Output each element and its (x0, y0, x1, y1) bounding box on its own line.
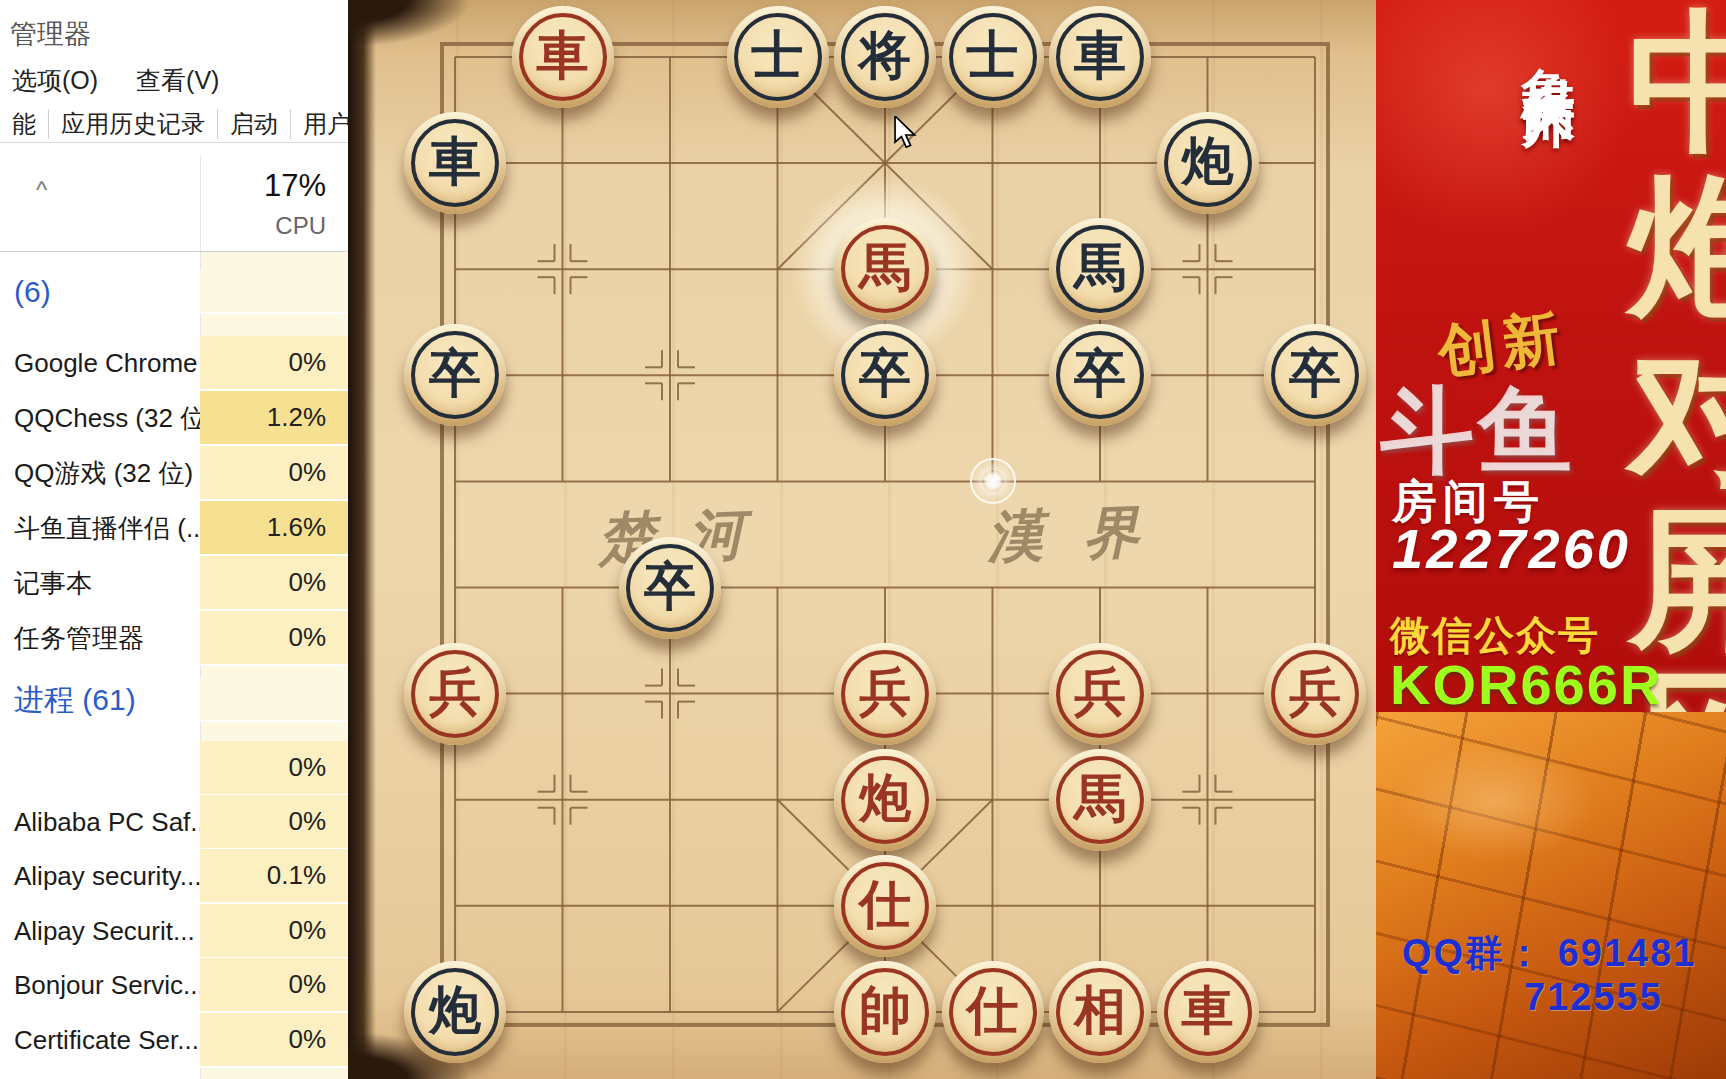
piece-character: 車 (1182, 985, 1234, 1037)
tab-应用历史记录[interactable]: 应用历史记录 (49, 109, 218, 139)
piece-black-pao[interactable]: 炮 (404, 961, 506, 1063)
piece-black-ma[interactable]: 馬 (1049, 218, 1151, 320)
piece-character: 卒 (644, 561, 696, 613)
process-row[interactable]: Certificate Ser...0% (0, 1013, 348, 1068)
piece-character: 相 (1074, 985, 1126, 1037)
header-divider (0, 251, 348, 252)
qq-group-line1: QQ群： 691481 (1402, 928, 1696, 979)
window-title: 管理器 (10, 16, 91, 52)
process-row[interactable]: Bonjour Servic...0% (0, 958, 348, 1013)
piece-black-pao[interactable]: 炮 (1157, 112, 1259, 214)
tab-启动[interactable]: 启动 (218, 109, 291, 139)
process-name: 记事本 (0, 566, 200, 601)
piece-character: 士 (967, 30, 1019, 82)
piece-character: 馬 (859, 242, 911, 294)
process-name: 进程 (61) (0, 680, 200, 721)
process-row[interactable]: 记事本0% (0, 556, 348, 611)
process-name: Alipay security... (0, 861, 200, 892)
process-row[interactable]: Alipay Securit...0% (0, 904, 348, 959)
piece-character: 炮 (859, 773, 911, 825)
piece-black-che[interactable]: 車 (1049, 6, 1151, 108)
menu-item[interactable]: 查看(V) (136, 64, 219, 97)
process-name: QQ游戏 (32 位) (0, 456, 200, 491)
piece-red-bing[interactable]: 兵 (1264, 643, 1366, 745)
piece-black-zu[interactable]: 卒 (834, 324, 936, 426)
piece-ring: 卒 (1056, 331, 1144, 419)
piece-black-jiang[interactable]: 将 (834, 6, 936, 108)
process-row[interactable]: 任务管理器0% (0, 611, 348, 666)
piece-ring: 将 (841, 13, 929, 101)
piece-ring: 車 (519, 13, 607, 101)
piece-character: 兵 (429, 667, 481, 719)
piece-black-zu[interactable]: 卒 (404, 324, 506, 426)
process-group-row[interactable]: (6) (0, 270, 348, 314)
piece-character: 卒 (429, 348, 481, 400)
piece-ring: 炮 (411, 968, 499, 1056)
tab-bar: 能应用历史记录启动用户详 (0, 106, 348, 143)
process-name: Google Chrome (0, 348, 200, 379)
wechat-id: KOR666R (1390, 652, 1662, 717)
process-row[interactable]: 斗鱼直播伴侣 (...1.6% (0, 501, 348, 556)
process-name: 任务管理器 (0, 621, 200, 656)
process-cpu-value (200, 270, 348, 314)
process-row[interactable]: Google Chrome0% (0, 336, 348, 391)
process-cpu-value: 0% (200, 795, 348, 850)
piece-character: 卒 (1289, 348, 1341, 400)
river-label-right: 漢界 (986, 494, 1181, 577)
piece-red-bing[interactable]: 兵 (1049, 643, 1151, 745)
tab-用户[interactable]: 用户 (291, 109, 348, 139)
process-cpu-value: 0% (200, 741, 348, 796)
piece-ring: 卒 (411, 331, 499, 419)
process-name: (6) (0, 275, 200, 309)
piece-ring: 兵 (1271, 650, 1359, 738)
process-row[interactable]: QQChess (32 位)1.2% (0, 391, 348, 446)
piece-red-bing[interactable]: 兵 (834, 643, 936, 745)
piece-ring: 兵 (841, 650, 929, 738)
piece-character: 炮 (1182, 136, 1234, 188)
piece-ring: 仕 (841, 862, 929, 950)
task-manager-window: 管理器 选项(O)查看(V) 能应用历史记录启动用户详 ^ 17% CPU (6… (0, 0, 348, 1079)
process-name: Alipay Securit... (0, 916, 200, 947)
piece-black-zu[interactable]: 卒 (1264, 324, 1366, 426)
piece-black-shi[interactable]: 士 (942, 6, 1044, 108)
collapse-caret[interactable]: ^ (36, 176, 47, 204)
process-cpu-value: 0.1% (200, 849, 348, 904)
screen: 楚河 漢界 車士将士車車炮馬馬卒卒卒卒卒兵兵兵兵炮馬仕炮帥仕相車 管理器 选项(… (0, 0, 1726, 1079)
banner-big-char: 对 (1628, 340, 1726, 492)
piece-ring: 馬 (1056, 225, 1144, 313)
board-photo (1376, 712, 1726, 1079)
piece-character: 卒 (859, 348, 911, 400)
piece-red-che[interactable]: 車 (512, 6, 614, 108)
menu-item[interactable]: 选项(O) (12, 64, 98, 97)
piece-character: 炮 (429, 985, 481, 1037)
process-row[interactable]: 0% (0, 741, 348, 796)
piece-character: 兵 (1289, 667, 1341, 719)
process-cpu-value: 0% (200, 336, 348, 391)
qq-group-line2: 712555 (1524, 976, 1663, 1019)
piece-red-ma[interactable]: 馬 (1049, 749, 1151, 851)
process-name: Certificate Ser... (0, 1025, 200, 1056)
board-frame-left (348, 0, 376, 1079)
process-row[interactable]: Alibaba PC Saf...0% (0, 795, 348, 850)
piece-ring: 士 (734, 13, 822, 101)
process-name: Bonjour Servic... (0, 970, 200, 1001)
process-row[interactable]: Alipay security...0.1% (0, 849, 348, 904)
piece-red-pao[interactable]: 炮 (834, 749, 936, 851)
piece-red-ma[interactable]: 馬 (834, 218, 936, 320)
piece-ring: 帥 (841, 968, 929, 1056)
piece-ring: 兵 (411, 650, 499, 738)
piece-red-che[interactable]: 車 (1157, 961, 1259, 1063)
tab-能[interactable]: 能 (0, 109, 49, 139)
piece-character: 仕 (859, 879, 911, 931)
piece-red-shi[interactable]: 仕 (834, 855, 936, 957)
process-name: Alibaba PC Saf... (0, 807, 200, 838)
piece-ring: 炮 (841, 756, 929, 844)
process-cpu-value: 0% (200, 611, 348, 666)
piece-red-xiang[interactable]: 相 (1049, 961, 1151, 1063)
banner-big-char: 中 (1628, 8, 1726, 160)
room-number-value: 1227260 (1392, 516, 1631, 581)
piece-red-shuai[interactable]: 帥 (834, 961, 936, 1063)
board-frame-corner-top (348, 0, 468, 46)
process-cpu-value (200, 678, 348, 722)
piece-ring: 仕 (949, 968, 1037, 1056)
piece-ring: 卒 (626, 544, 714, 632)
piece-character: 士 (752, 30, 804, 82)
piece-black-zu[interactable]: 卒 (1049, 324, 1151, 426)
process-group-row[interactable]: 进程 (61) (0, 678, 348, 722)
piece-red-shi[interactable]: 仕 (942, 961, 1044, 1063)
process-name: QQChess (32 位) (0, 401, 200, 436)
piece-ring: 士 (949, 13, 1037, 101)
banner-vertical-title: 象棋大师 (1512, 24, 1585, 64)
process-cpu-value: 1.6% (200, 501, 348, 556)
piece-character: 帥 (859, 985, 911, 1037)
piece-black-zu[interactable]: 卒 (619, 537, 721, 639)
piece-character: 車 (1074, 30, 1126, 82)
piece-character: 兵 (1074, 667, 1126, 719)
piece-character: 兵 (859, 667, 911, 719)
process-row[interactable]: QQ游戏 (32 位)0% (0, 446, 348, 501)
piece-ring: 車 (1164, 968, 1252, 1056)
piece-character: 仕 (967, 985, 1019, 1037)
stream-ad-banner: 象棋大师 中炮对屏风马 创新 斗鱼 房间号 1227260 微信公众号 KOR6… (1376, 0, 1726, 1079)
piece-ring: 車 (1056, 13, 1144, 101)
piece-ring: 兵 (1056, 650, 1144, 738)
piece-character: 卒 (1074, 348, 1126, 400)
piece-ring: 車 (411, 119, 499, 207)
process-name: 斗鱼直播伴侣 (... (0, 511, 200, 546)
piece-character: 馬 (1074, 242, 1126, 294)
process-cpu-value: 0% (200, 958, 348, 1013)
process-cpu-value: 0% (200, 446, 348, 501)
piece-character: 車 (537, 30, 589, 82)
process-cpu-value: 1.2% (200, 391, 348, 446)
sparkle-effect (970, 458, 1016, 504)
piece-ring: 卒 (1271, 331, 1359, 419)
cpu-column-header[interactable]: CPU (275, 212, 326, 240)
piece-character: 将 (859, 30, 911, 82)
banner-big-char: 屏 (1628, 505, 1726, 657)
piece-black-che[interactable]: 車 (404, 112, 506, 214)
piece-ring: 馬 (1056, 756, 1144, 844)
piece-character: 車 (429, 136, 481, 188)
mouse-cursor (893, 116, 919, 148)
process-cpu-value: 0% (200, 1013, 348, 1068)
piece-ring: 卒 (841, 331, 929, 419)
piece-ring: 馬 (841, 225, 929, 313)
process-cpu-value: 0% (200, 904, 348, 959)
banner-big-char: 炮 (1628, 172, 1726, 324)
piece-red-bing[interactable]: 兵 (404, 643, 506, 745)
menu-bar: 选项(O)查看(V) (12, 64, 219, 97)
process-cpu-value: 0% (200, 556, 348, 611)
piece-character: 馬 (1074, 773, 1126, 825)
piece-ring: 相 (1056, 968, 1144, 1056)
piece-black-shi[interactable]: 士 (727, 6, 829, 108)
piece-ring: 炮 (1164, 119, 1252, 207)
cpu-total-percent: 17% (264, 168, 326, 204)
